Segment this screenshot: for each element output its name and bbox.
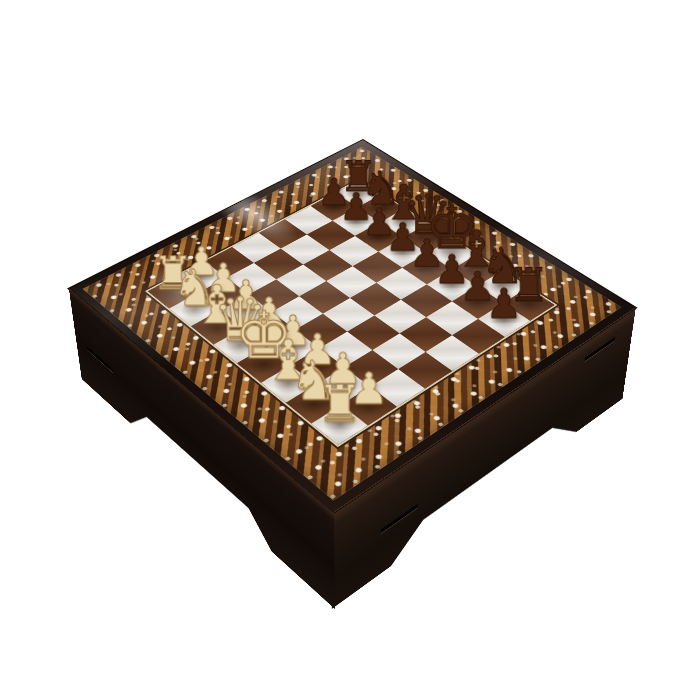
drawer-slot-right-lower	[381, 504, 418, 534]
scene-3d: ♜♞♝♛♚♝♞♜♟♟♟♟♟♟♟♟♟♟♟♟♟♟♟♟♜♞♝♛♚♝♞♜	[0, 0, 700, 700]
black-pawn-glyph: ♟	[486, 283, 523, 324]
white-rook-glyph: ♜	[317, 378, 363, 429]
chess-box-top: ♜♞♝♛♚♝♞♜♟♟♟♟♟♟♟♟♟♟♟♟♟♟♟♟♜♞♝♛♚♝♞♜	[70, 140, 635, 512]
drawer-slot-left	[87, 346, 113, 372]
drawer-slot-right-upper	[584, 336, 615, 361]
chess-set-product-photo: ♜♞♝♛♚♝♞♜♟♟♟♟♟♟♟♟♟♟♟♟♟♟♟♟♜♞♝♛♚♝♞♜	[0, 0, 700, 700]
